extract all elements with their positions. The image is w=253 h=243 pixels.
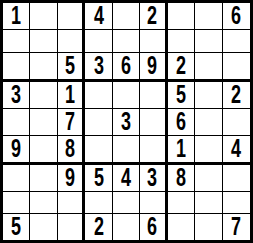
given-digit: 5 [176,82,186,108]
cell-r6c5[interactable] [113,136,140,165]
cell-r6c7: 1 [168,136,195,165]
given-digit: 2 [147,3,157,29]
given-digit: 6 [121,53,131,79]
cell-r8c2[interactable] [30,192,57,215]
cell-r1c7[interactable] [168,3,195,30]
given-digit: 5 [65,53,75,79]
cell-r4c7: 5 [168,82,195,109]
cell-r2c6[interactable] [140,30,167,53]
cell-r9c3[interactable] [58,214,85,240]
given-digit: 5 [94,165,104,191]
given-digit: 6 [231,3,241,29]
cell-r2c3[interactable] [58,30,85,53]
cell-r5c1[interactable] [3,109,30,136]
cell-r6c4[interactable] [85,136,112,165]
given-digit: 1 [11,3,21,29]
given-digit: 2 [94,214,104,240]
given-digit: 3 [121,109,131,135]
cell-r5c3: 7 [58,109,85,136]
cell-r8c9[interactable] [223,192,250,215]
given-digit: 9 [65,165,75,191]
cell-r7c3: 9 [58,165,85,192]
cell-r8c8[interactable] [195,192,222,215]
cell-r2c4[interactable] [85,30,112,53]
cell-r5c2[interactable] [30,109,57,136]
cell-r8c6[interactable] [140,192,167,215]
given-digit: 6 [147,214,157,240]
cell-r8c1[interactable] [3,192,30,215]
cell-r9c2[interactable] [30,214,57,240]
given-digit: 3 [94,53,104,79]
cell-r2c5[interactable] [113,30,140,53]
given-digit: 8 [65,136,75,162]
given-digit: 8 [176,165,186,191]
cell-r4c3: 1 [58,82,85,109]
given-digit: 2 [231,82,241,108]
cell-r5c5: 3 [113,109,140,136]
cell-r9c9: 7 [223,214,250,240]
cell-r1c9: 6 [223,3,250,30]
cell-r7c6: 3 [140,165,167,192]
given-digit: 3 [11,82,21,108]
cell-r8c3[interactable] [58,192,85,215]
cell-r6c6[interactable] [140,136,167,165]
cell-r8c5[interactable] [113,192,140,215]
cell-r5c8[interactable] [195,109,222,136]
cell-r4c6[interactable] [140,82,167,109]
cell-r9c8[interactable] [195,214,222,240]
cell-r7c8[interactable] [195,165,222,192]
cell-r4c9: 2 [223,82,250,109]
given-digit: 5 [11,214,21,240]
cell-r3c2[interactable] [30,53,57,82]
sudoku-board: 14265369231527369814954385267 [0,0,253,243]
cell-r5c4[interactable] [85,109,112,136]
cell-r7c1[interactable] [3,165,30,192]
given-digit: 1 [176,136,186,162]
cell-r2c7[interactable] [168,30,195,53]
cell-r5c9[interactable] [223,109,250,136]
cell-r1c6: 2 [140,3,167,30]
cell-r8c4[interactable] [85,192,112,215]
given-digit: 9 [11,136,21,162]
cell-r6c8[interactable] [195,136,222,165]
cell-r7c9[interactable] [223,165,250,192]
cell-r3c4: 3 [85,53,112,82]
cell-r3c6: 9 [140,53,167,82]
cell-r4c5[interactable] [113,82,140,109]
cell-r1c3[interactable] [58,3,85,30]
cell-r1c8[interactable] [195,3,222,30]
cell-r9c7[interactable] [168,214,195,240]
given-digit: 4 [231,136,241,162]
cell-r2c8[interactable] [195,30,222,53]
cell-r3c5: 6 [113,53,140,82]
cell-r5c6[interactable] [140,109,167,136]
cell-r2c2[interactable] [30,30,57,53]
given-digit: 3 [147,165,157,191]
cell-r5c7: 6 [168,109,195,136]
cell-r1c1: 1 [3,3,30,30]
cell-r9c5[interactable] [113,214,140,240]
cell-r1c5[interactable] [113,3,140,30]
cell-r3c9[interactable] [223,53,250,82]
cell-r9c1: 5 [3,214,30,240]
cell-r7c2[interactable] [30,165,57,192]
cell-r3c3: 5 [58,53,85,82]
given-digit: 6 [176,109,186,135]
cell-r1c2[interactable] [30,3,57,30]
given-digit: 9 [147,53,157,79]
given-digit: 7 [65,109,75,135]
cell-r4c1: 3 [3,82,30,109]
cell-r7c4: 5 [85,165,112,192]
cell-r6c2[interactable] [30,136,57,165]
cell-r4c2[interactable] [30,82,57,109]
cell-r3c8[interactable] [195,53,222,82]
given-digit: 4 [94,3,104,29]
cell-r9c6: 6 [140,214,167,240]
cell-r3c1[interactable] [3,53,30,82]
cell-r4c4[interactable] [85,82,112,109]
cell-r7c7: 8 [168,165,195,192]
cell-r2c9[interactable] [223,30,250,53]
given-digit: 1 [65,82,75,108]
cell-r2c1[interactable] [3,30,30,53]
cell-r4c8[interactable] [195,82,222,109]
cell-r6c1: 9 [3,136,30,165]
given-digit: 2 [176,53,186,79]
cell-r6c3: 8 [58,136,85,165]
cell-r9c4: 2 [85,214,112,240]
cell-r1c4: 4 [85,3,112,30]
given-digit: 4 [121,165,131,191]
cell-r3c7: 2 [168,53,195,82]
cell-r8c7[interactable] [168,192,195,215]
cell-r7c5: 4 [113,165,140,192]
given-digit: 7 [231,214,241,240]
cell-r6c9: 4 [223,136,250,165]
